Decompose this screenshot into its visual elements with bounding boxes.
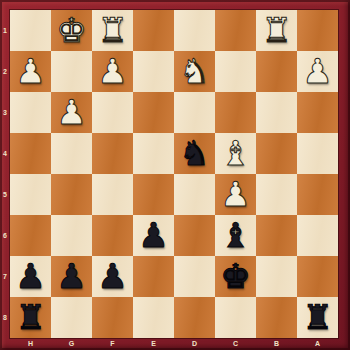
square-g7[interactable]: ♟	[51, 256, 92, 297]
square-c8[interactable]	[215, 297, 256, 338]
square-d4[interactable]: ♞	[174, 133, 215, 174]
rank-label-2: 2	[0, 51, 10, 92]
square-c4[interactable]: ♝	[215, 133, 256, 174]
square-b8[interactable]	[256, 297, 297, 338]
square-b6[interactable]	[256, 215, 297, 256]
square-g6[interactable]	[51, 215, 92, 256]
piece-white-rook-f1: ♜	[92, 10, 133, 51]
square-b4[interactable]	[256, 133, 297, 174]
file-label-a: A	[297, 338, 338, 350]
square-c2[interactable]	[215, 51, 256, 92]
rank-label-5: 5	[0, 174, 10, 215]
piece-black-rook-a8: ♜	[297, 297, 338, 338]
file-label-f: F	[92, 338, 133, 350]
square-e5[interactable]	[133, 174, 174, 215]
file-label-b: B	[256, 338, 297, 350]
piece-white-pawn-a2: ♟	[297, 51, 338, 92]
square-h8[interactable]: ♜	[10, 297, 51, 338]
square-h6[interactable]	[10, 215, 51, 256]
rank-label-3: 3	[0, 92, 10, 133]
piece-white-pawn-c5: ♟	[215, 174, 256, 215]
square-c7[interactable]: ♚	[215, 256, 256, 297]
square-f8[interactable]	[92, 297, 133, 338]
square-d8[interactable]	[174, 297, 215, 338]
square-b7[interactable]	[256, 256, 297, 297]
square-g5[interactable]	[51, 174, 92, 215]
piece-white-bishop-c4: ♝	[215, 133, 256, 174]
piece-black-pawn-g7: ♟	[51, 256, 92, 297]
square-a6[interactable]	[297, 215, 338, 256]
square-g4[interactable]	[51, 133, 92, 174]
square-g1[interactable]: ♚	[51, 10, 92, 51]
square-f4[interactable]	[92, 133, 133, 174]
piece-white-pawn-h2: ♟	[10, 51, 51, 92]
square-d6[interactable]	[174, 215, 215, 256]
piece-black-pawn-h7: ♟	[10, 256, 51, 297]
square-a1[interactable]	[297, 10, 338, 51]
square-d2[interactable]: ♞	[174, 51, 215, 92]
square-d3[interactable]	[174, 92, 215, 133]
square-a7[interactable]	[297, 256, 338, 297]
square-e3[interactable]	[133, 92, 174, 133]
rank-label-8: 8	[0, 297, 10, 338]
rank-label-1: 1	[0, 10, 10, 51]
square-e4[interactable]	[133, 133, 174, 174]
square-f5[interactable]	[92, 174, 133, 215]
file-label-e: E	[133, 338, 174, 350]
square-a4[interactable]	[297, 133, 338, 174]
piece-black-rook-h8: ♜	[10, 297, 51, 338]
square-h5[interactable]	[10, 174, 51, 215]
square-b2[interactable]	[256, 51, 297, 92]
square-f6[interactable]	[92, 215, 133, 256]
square-f3[interactable]	[92, 92, 133, 133]
square-e6[interactable]: ♟	[133, 215, 174, 256]
square-e8[interactable]	[133, 297, 174, 338]
square-a2[interactable]: ♟	[297, 51, 338, 92]
square-b3[interactable]	[256, 92, 297, 133]
board-frame: ♚♜♜♟♟♞♟♟♞♝♟♟♝♟♟♟♚♜♜ 12345678HGFEDCBA	[0, 0, 350, 350]
square-b1[interactable]: ♜	[256, 10, 297, 51]
square-e1[interactable]	[133, 10, 174, 51]
file-label-h: H	[10, 338, 51, 350]
square-h7[interactable]: ♟	[10, 256, 51, 297]
square-e7[interactable]	[133, 256, 174, 297]
square-c1[interactable]	[215, 10, 256, 51]
square-h1[interactable]	[10, 10, 51, 51]
file-label-g: G	[51, 338, 92, 350]
piece-white-rook-b1: ♜	[256, 10, 297, 51]
square-d7[interactable]	[174, 256, 215, 297]
square-a3[interactable]	[297, 92, 338, 133]
square-h4[interactable]	[10, 133, 51, 174]
piece-black-king-c7: ♚	[215, 256, 256, 297]
square-h3[interactable]	[10, 92, 51, 133]
file-label-c: C	[215, 338, 256, 350]
square-c5[interactable]: ♟	[215, 174, 256, 215]
square-g8[interactable]	[51, 297, 92, 338]
square-f1[interactable]: ♜	[92, 10, 133, 51]
square-h2[interactable]: ♟	[10, 51, 51, 92]
square-g3[interactable]: ♟	[51, 92, 92, 133]
square-c6[interactable]: ♝	[215, 215, 256, 256]
rank-label-7: 7	[0, 256, 10, 297]
square-d5[interactable]	[174, 174, 215, 215]
square-f7[interactable]: ♟	[92, 256, 133, 297]
square-f2[interactable]: ♟	[92, 51, 133, 92]
square-e2[interactable]	[133, 51, 174, 92]
piece-black-knight-d4: ♞	[174, 133, 215, 174]
piece-white-pawn-g3: ♟	[51, 92, 92, 133]
piece-white-knight-d2: ♞	[174, 51, 215, 92]
piece-white-pawn-f2: ♟	[92, 51, 133, 92]
square-a5[interactable]	[297, 174, 338, 215]
piece-black-pawn-f7: ♟	[92, 256, 133, 297]
square-g2[interactable]	[51, 51, 92, 92]
square-d1[interactable]	[174, 10, 215, 51]
piece-black-bishop-c6: ♝	[215, 215, 256, 256]
square-a8[interactable]: ♜	[297, 297, 338, 338]
chess-board: ♚♜♜♟♟♞♟♟♞♝♟♟♝♟♟♟♚♜♜	[10, 10, 338, 338]
rank-label-6: 6	[0, 215, 10, 256]
file-label-d: D	[174, 338, 215, 350]
rank-label-4: 4	[0, 133, 10, 174]
square-b5[interactable]	[256, 174, 297, 215]
square-c3[interactable]	[215, 92, 256, 133]
piece-white-king-g1: ♚	[51, 10, 92, 51]
piece-black-pawn-e6: ♟	[133, 215, 174, 256]
